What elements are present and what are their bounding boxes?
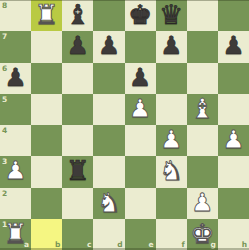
square-f1[interactable]: f xyxy=(156,219,187,250)
black-queen[interactable]: ♛ xyxy=(159,1,183,28)
square-f2[interactable] xyxy=(156,188,187,219)
square-d1[interactable]: d xyxy=(93,219,124,250)
square-a2[interactable]: 2 xyxy=(0,188,31,219)
black-pawn[interactable]: ♟ xyxy=(98,33,120,58)
rank-label-8: 8 xyxy=(2,2,7,10)
square-c5[interactable] xyxy=(62,94,93,125)
square-h3[interactable] xyxy=(218,156,249,187)
rank-label-5: 5 xyxy=(2,96,7,104)
square-b6[interactable] xyxy=(31,63,62,94)
black-pawn[interactable]: ♟ xyxy=(129,65,151,90)
file-label-d: d xyxy=(117,241,122,249)
square-h6[interactable] xyxy=(218,63,249,94)
square-e2[interactable] xyxy=(125,188,156,219)
square-a1[interactable]: 1a♜ xyxy=(0,219,31,250)
square-d3[interactable] xyxy=(93,156,124,187)
white-pawn[interactable]: ♟ xyxy=(4,158,26,183)
rank-label-4: 4 xyxy=(2,127,7,135)
black-rook[interactable]: ♜ xyxy=(66,157,90,184)
square-c6[interactable] xyxy=(62,63,93,94)
square-c2[interactable] xyxy=(62,188,93,219)
square-h4[interactable]: ♟ xyxy=(218,125,249,156)
rank-label-7: 7 xyxy=(2,33,7,41)
square-c1[interactable]: c xyxy=(62,219,93,250)
square-b5[interactable] xyxy=(31,94,62,125)
white-rook[interactable]: ♜ xyxy=(3,220,27,247)
square-f7[interactable]: ♟ xyxy=(156,31,187,62)
chess-board: 8♜♝♚♛7♟♟♟♟6♟♟5♟♝4♟♟3♟♜♞2♞♟1a♜bcdefg♚h xyxy=(0,0,249,250)
square-b4[interactable] xyxy=(31,125,62,156)
file-label-f: f xyxy=(181,241,184,249)
square-f6[interactable] xyxy=(156,63,187,94)
square-e1[interactable]: e xyxy=(125,219,156,250)
square-d4[interactable] xyxy=(93,125,124,156)
square-c4[interactable] xyxy=(62,125,93,156)
square-a6[interactable]: 6♟ xyxy=(0,63,31,94)
white-king[interactable]: ♚ xyxy=(190,220,214,247)
square-f5[interactable] xyxy=(156,94,187,125)
square-g7[interactable] xyxy=(187,31,218,62)
square-e4[interactable] xyxy=(125,125,156,156)
square-b8[interactable]: ♜ xyxy=(31,0,62,31)
black-pawn[interactable]: ♟ xyxy=(222,33,244,58)
square-h2[interactable] xyxy=(218,188,249,219)
white-pawn[interactable]: ♟ xyxy=(222,127,244,152)
square-b1[interactable]: b xyxy=(31,219,62,250)
square-a3[interactable]: 3♟ xyxy=(0,156,31,187)
white-pawn[interactable]: ♟ xyxy=(129,96,151,121)
square-h1[interactable]: h xyxy=(218,219,249,250)
square-d6[interactable] xyxy=(93,63,124,94)
square-b3[interactable] xyxy=(31,156,62,187)
black-king[interactable]: ♚ xyxy=(128,1,152,28)
square-h7[interactable]: ♟ xyxy=(218,31,249,62)
file-label-h: h xyxy=(242,241,247,249)
white-pawn[interactable]: ♟ xyxy=(160,127,182,152)
square-a7[interactable]: 7 xyxy=(0,31,31,62)
square-b2[interactable] xyxy=(31,188,62,219)
white-knight[interactable]: ♞ xyxy=(97,189,121,216)
file-label-c: c xyxy=(87,241,91,249)
rank-label-2: 2 xyxy=(2,190,7,198)
file-label-e: e xyxy=(149,241,154,249)
square-a4[interactable]: 4 xyxy=(0,125,31,156)
black-pawn[interactable]: ♟ xyxy=(67,33,89,58)
square-a8[interactable]: 8 xyxy=(0,0,31,31)
black-pawn[interactable]: ♟ xyxy=(160,33,182,58)
square-a5[interactable]: 5 xyxy=(0,94,31,125)
white-rook[interactable]: ♜ xyxy=(35,1,59,28)
square-b7[interactable] xyxy=(31,31,62,62)
square-g8[interactable] xyxy=(187,0,218,31)
square-h5[interactable] xyxy=(218,94,249,125)
square-h8[interactable] xyxy=(218,0,249,31)
square-d5[interactable] xyxy=(93,94,124,125)
square-e6[interactable]: ♟ xyxy=(125,63,156,94)
white-knight[interactable]: ♞ xyxy=(159,157,183,184)
square-g1[interactable]: g♚ xyxy=(187,219,218,250)
square-f4[interactable]: ♟ xyxy=(156,125,187,156)
square-f8[interactable]: ♛ xyxy=(156,0,187,31)
square-e5[interactable]: ♟ xyxy=(125,94,156,125)
square-d7[interactable]: ♟ xyxy=(93,31,124,62)
square-e3[interactable] xyxy=(125,156,156,187)
square-d8[interactable] xyxy=(93,0,124,31)
white-bishop[interactable]: ♝ xyxy=(190,95,214,122)
square-e7[interactable] xyxy=(125,31,156,62)
square-c3[interactable]: ♜ xyxy=(62,156,93,187)
square-c8[interactable]: ♝ xyxy=(62,0,93,31)
square-g5[interactable]: ♝ xyxy=(187,94,218,125)
square-c7[interactable]: ♟ xyxy=(62,31,93,62)
square-g3[interactable] xyxy=(187,156,218,187)
square-g4[interactable] xyxy=(187,125,218,156)
white-pawn[interactable]: ♟ xyxy=(191,190,213,215)
square-e8[interactable]: ♚ xyxy=(125,0,156,31)
square-g6[interactable] xyxy=(187,63,218,94)
black-bishop[interactable]: ♝ xyxy=(66,1,90,28)
square-f3[interactable]: ♞ xyxy=(156,156,187,187)
square-g2[interactable]: ♟ xyxy=(187,188,218,219)
file-label-b: b xyxy=(55,241,60,249)
square-d2[interactable]: ♞ xyxy=(93,188,124,219)
black-pawn[interactable]: ♟ xyxy=(4,65,26,90)
